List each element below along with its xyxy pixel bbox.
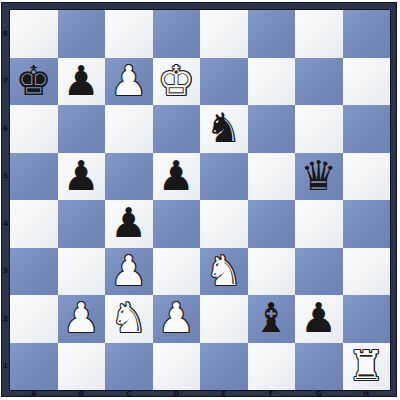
square-a5[interactable] [10, 153, 58, 201]
square-e2[interactable] [200, 295, 248, 343]
square-f8[interactable] [248, 10, 296, 58]
piece-black-king[interactable]: ♚ [10, 58, 58, 106]
square-b7[interactable]: ♟ [58, 58, 106, 106]
rank-label-3: 3 [1, 248, 10, 296]
piece-white-pawn[interactable]: ♟ [105, 248, 153, 296]
square-h4[interactable] [343, 200, 391, 248]
square-d5[interactable]: ♟ [153, 153, 201, 201]
square-g4[interactable] [295, 200, 343, 248]
square-b8[interactable] [58, 10, 106, 58]
square-b4[interactable] [58, 200, 106, 248]
square-g2[interactable]: ♟ [295, 295, 343, 343]
piece-white-rook[interactable]: ♜ [343, 343, 391, 391]
square-a2[interactable] [10, 295, 58, 343]
square-h2[interactable] [343, 295, 391, 343]
file-label-e: E [200, 390, 248, 398]
square-h3[interactable] [343, 248, 391, 296]
square-b1[interactable] [58, 343, 106, 391]
square-c6[interactable] [105, 105, 153, 153]
file-label-a: A [10, 390, 58, 398]
square-f2[interactable]: ♝ [248, 295, 296, 343]
square-h8[interactable] [343, 10, 391, 58]
square-a4[interactable] [10, 200, 58, 248]
square-a7[interactable]: ♚ [10, 58, 58, 106]
square-a1[interactable] [10, 343, 58, 391]
file-label-b: B [58, 390, 106, 398]
square-h6[interactable] [343, 105, 391, 153]
rank-label-8: 8 [1, 10, 10, 58]
rank-label-4: 4 [1, 200, 10, 248]
square-h5[interactable] [343, 153, 391, 201]
piece-white-king[interactable]: ♚ [153, 58, 201, 106]
square-f6[interactable] [248, 105, 296, 153]
square-f5[interactable] [248, 153, 296, 201]
square-g3[interactable] [295, 248, 343, 296]
rank-label-1: 1 [1, 343, 10, 391]
square-b5[interactable]: ♟ [58, 153, 106, 201]
square-h1[interactable]: ♜ [343, 343, 391, 391]
piece-white-knight[interactable]: ♞ [200, 248, 248, 296]
square-e6[interactable]: ♞ [200, 105, 248, 153]
square-c1[interactable] [105, 343, 153, 391]
square-g7[interactable] [295, 58, 343, 106]
square-d7[interactable]: ♚ [153, 58, 201, 106]
square-e7[interactable] [200, 58, 248, 106]
square-f3[interactable] [248, 248, 296, 296]
square-e3[interactable]: ♞ [200, 248, 248, 296]
square-c4[interactable]: ♟ [105, 200, 153, 248]
square-h7[interactable] [343, 58, 391, 106]
square-f1[interactable] [248, 343, 296, 391]
piece-black-pawn[interactable]: ♟ [58, 58, 106, 106]
square-d6[interactable] [153, 105, 201, 153]
square-g1[interactable] [295, 343, 343, 391]
file-label-c: C [105, 390, 153, 398]
square-g5[interactable]: ♛ [295, 153, 343, 201]
square-d8[interactable] [153, 10, 201, 58]
square-a3[interactable] [10, 248, 58, 296]
square-b3[interactable] [58, 248, 106, 296]
square-d4[interactable] [153, 200, 201, 248]
square-c5[interactable] [105, 153, 153, 201]
rank-label-6: 6 [1, 105, 10, 153]
square-d1[interactable] [153, 343, 201, 391]
piece-black-pawn[interactable]: ♟ [105, 200, 153, 248]
file-label-d: D [153, 390, 201, 398]
square-e4[interactable] [200, 200, 248, 248]
square-e5[interactable] [200, 153, 248, 201]
rank-label-5: 5 [1, 153, 10, 201]
square-f4[interactable] [248, 200, 296, 248]
piece-white-knight[interactable]: ♞ [105, 295, 153, 343]
piece-black-pawn[interactable]: ♟ [153, 153, 201, 201]
square-b6[interactable] [58, 105, 106, 153]
square-a8[interactable] [10, 10, 58, 58]
piece-black-pawn[interactable]: ♟ [295, 295, 343, 343]
square-c8[interactable] [105, 10, 153, 58]
rank-label-2: 2 [1, 295, 10, 343]
square-c7[interactable]: ♟ [105, 58, 153, 106]
file-label-f: F [248, 390, 296, 398]
square-f7[interactable] [248, 58, 296, 106]
piece-white-pawn[interactable]: ♟ [105, 58, 153, 106]
piece-black-queen[interactable]: ♛ [295, 153, 343, 201]
square-b2[interactable]: ♟ [58, 295, 106, 343]
square-g8[interactable] [295, 10, 343, 58]
square-g6[interactable] [295, 105, 343, 153]
square-c2[interactable]: ♞ [105, 295, 153, 343]
piece-white-pawn[interactable]: ♟ [153, 295, 201, 343]
piece-black-knight[interactable]: ♞ [200, 105, 248, 153]
square-c3[interactable]: ♟ [105, 248, 153, 296]
square-d3[interactable] [153, 248, 201, 296]
piece-black-bishop[interactable]: ♝ [248, 295, 296, 343]
file-label-g: G [295, 390, 343, 398]
piece-black-pawn[interactable]: ♟ [58, 153, 106, 201]
chess-board: ♚♟♟♚♞♟♟♛♟♟♞♟♞♟♝♟♜ [10, 10, 390, 390]
chess-position-screenshot: { "game": "chess", "position": { "fen": … [0, 0, 400, 400]
rank-label-7: 7 [1, 58, 10, 106]
piece-white-pawn[interactable]: ♟ [58, 295, 106, 343]
square-e8[interactable] [200, 10, 248, 58]
file-label-h: H [343, 390, 391, 398]
square-d2[interactable]: ♟ [153, 295, 201, 343]
square-e1[interactable] [200, 343, 248, 391]
square-a6[interactable] [10, 105, 58, 153]
